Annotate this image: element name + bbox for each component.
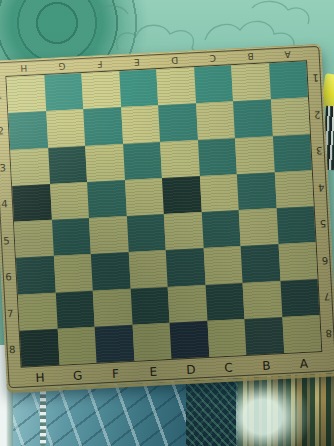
file-label-bottom-d: D [172, 359, 211, 381]
square-g6[interactable] [53, 254, 92, 292]
square-f8[interactable] [95, 325, 134, 363]
file-label-bottom-c: C [209, 357, 248, 379]
file-label-top-d: D [155, 52, 193, 67]
square-g8[interactable] [57, 327, 96, 365]
square-e2[interactable] [121, 105, 160, 143]
file-label-bottom-f: F [96, 363, 135, 385]
square-c5[interactable] [201, 210, 240, 248]
square-c3[interactable] [197, 138, 236, 176]
square-h7[interactable] [18, 292, 57, 330]
square-b8[interactable] [244, 317, 283, 355]
square-e8[interactable] [132, 323, 171, 361]
file-label-top-h: H [5, 60, 43, 75]
square-f1[interactable] [81, 71, 120, 109]
square-e4[interactable] [124, 178, 163, 216]
rank-label-right-2: 2 [310, 96, 325, 133]
file-label-top-c: C [193, 50, 231, 65]
rank-label-left-7: 7 [3, 295, 18, 332]
square-g4[interactable] [50, 182, 89, 220]
rank-label-left-8: 8 [5, 331, 20, 368]
square-g5[interactable] [51, 218, 90, 256]
square-e3[interactable] [123, 142, 162, 180]
square-f3[interactable] [85, 144, 124, 182]
square-c4[interactable] [199, 174, 238, 212]
square-d2[interactable] [158, 103, 197, 141]
rank-label-right-1: 1 [308, 60, 323, 97]
rank-label-right-5: 5 [316, 205, 331, 242]
rank-label-left-4: 4 [0, 186, 12, 223]
square-a4[interactable] [274, 170, 313, 208]
square-f6[interactable] [91, 252, 130, 290]
square-b4[interactable] [237, 172, 276, 210]
square-a2[interactable] [270, 98, 309, 136]
file-label-bottom-a: A [285, 353, 324, 375]
square-a6[interactable] [278, 242, 317, 280]
square-e1[interactable] [119, 69, 158, 107]
square-e5[interactable] [126, 214, 165, 252]
square-f2[interactable] [83, 107, 122, 145]
square-a1[interactable] [269, 61, 308, 99]
square-d4[interactable] [162, 176, 201, 214]
square-d8[interactable] [170, 321, 209, 359]
file-label-top-e: E [118, 54, 156, 69]
square-f4[interactable] [87, 180, 126, 218]
square-c2[interactable] [196, 101, 235, 139]
square-b7[interactable] [243, 281, 282, 319]
square-b1[interactable] [231, 63, 270, 101]
square-a3[interactable] [272, 134, 311, 172]
square-g7[interactable] [55, 290, 94, 328]
square-c8[interactable] [207, 319, 246, 357]
square-h3[interactable] [10, 147, 49, 185]
square-c1[interactable] [194, 65, 233, 103]
rank-label-right-7: 7 [319, 278, 334, 315]
rank-label-left-5: 5 [0, 222, 14, 259]
square-h8[interactable] [20, 328, 59, 366]
file-label-top-b: B [231, 48, 269, 63]
file-label-bottom-e: E [134, 361, 173, 383]
plastic-glare [236, 373, 312, 446]
rank-label-right-3: 3 [312, 132, 327, 169]
square-d6[interactable] [166, 248, 205, 286]
square-a8[interactable] [282, 315, 321, 353]
square-d7[interactable] [168, 284, 207, 322]
square-e6[interactable] [128, 250, 167, 288]
rank-label-left-6: 6 [1, 258, 16, 295]
file-label-bottom-b: B [247, 355, 286, 377]
file-label-top-g: G [42, 58, 80, 73]
square-f5[interactable] [89, 216, 128, 254]
square-d3[interactable] [160, 140, 199, 178]
chess-board[interactable]: HGFEDCBA HGFEDCBA 12345678 12345678 [0, 44, 334, 391]
square-a5[interactable] [276, 206, 315, 244]
file-label-bottom-g: G [58, 365, 97, 387]
file-label-top-a: A [269, 46, 307, 61]
square-d5[interactable] [164, 212, 203, 250]
photo-scene: HGFEDCBA HGFEDCBA 12345678 12345678 [0, 0, 334, 446]
square-a7[interactable] [280, 279, 319, 317]
square-g1[interactable] [44, 73, 83, 111]
rank-label-right-6: 6 [318, 242, 333, 279]
rank-label-right-4: 4 [314, 169, 329, 206]
square-h6[interactable] [16, 256, 55, 294]
square-h1[interactable] [6, 75, 45, 113]
rank-label-right-8: 8 [321, 315, 334, 352]
file-label-top-f: F [80, 56, 118, 71]
square-b6[interactable] [241, 244, 280, 282]
square-e7[interactable] [130, 286, 169, 324]
square-f7[interactable] [93, 288, 132, 326]
square-b5[interactable] [239, 208, 278, 246]
square-d1[interactable] [156, 67, 195, 105]
square-c7[interactable] [205, 282, 244, 320]
board-squares[interactable] [5, 60, 322, 367]
square-b3[interactable] [235, 136, 274, 174]
square-g2[interactable] [46, 109, 85, 147]
square-g3[interactable] [48, 146, 87, 184]
square-c6[interactable] [203, 246, 242, 284]
square-h4[interactable] [12, 184, 51, 222]
square-h5[interactable] [14, 220, 53, 258]
file-label-bottom-h: H [21, 367, 60, 389]
square-h2[interactable] [8, 111, 47, 149]
square-b2[interactable] [233, 100, 272, 138]
